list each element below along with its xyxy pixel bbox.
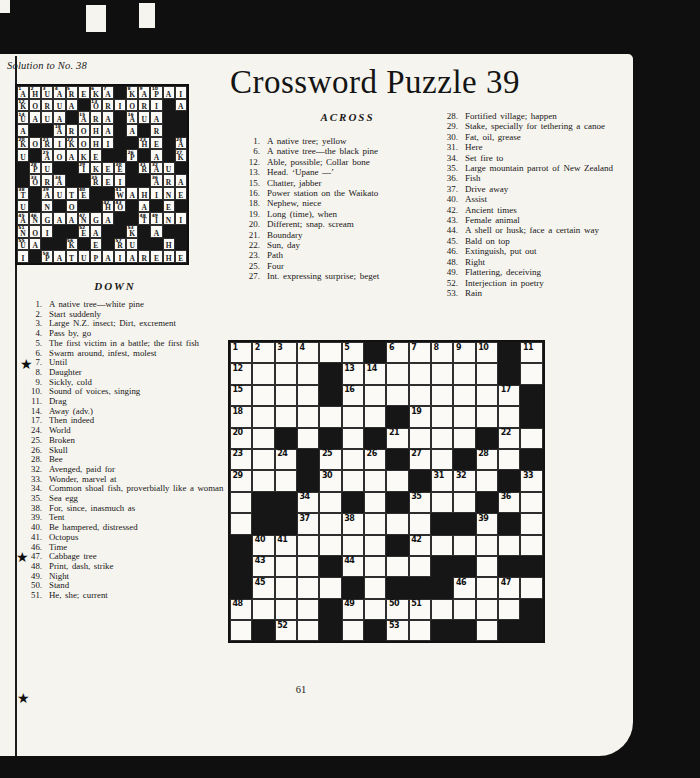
solution-cell: 36A xyxy=(150,174,162,187)
crossword-cell xyxy=(476,535,498,556)
clue-item: 22.Sun, day xyxy=(240,240,458,250)
solution-cell: 26P xyxy=(126,149,138,162)
clue-text: Ancient times xyxy=(465,205,634,215)
solution-cell: 27K xyxy=(175,149,187,162)
clue-text: Broken xyxy=(49,436,228,446)
crossword-cell: 42 xyxy=(409,535,431,556)
clue-number: 27. xyxy=(240,271,267,281)
clue-item: 53.Rain xyxy=(438,288,634,298)
clue-item: 37.Drive away xyxy=(438,184,634,194)
solution-cell: 30E xyxy=(114,162,126,175)
crossword-cell xyxy=(275,470,297,491)
solution-black-cell xyxy=(138,225,150,238)
solution-black-cell xyxy=(53,162,65,175)
cell-number: 49 xyxy=(344,600,354,608)
solution-black-cell xyxy=(102,238,114,251)
solution-cell: 15A xyxy=(78,111,90,124)
cell-number: 40 xyxy=(255,536,265,544)
solution-black-cell xyxy=(163,111,175,124)
cell-letter: A xyxy=(18,217,28,225)
clue-item: 46.Extinguish, put out xyxy=(438,246,634,256)
solution-black-cell xyxy=(114,225,126,238)
solution-black-cell xyxy=(126,137,138,150)
ink-star-mark: ★ xyxy=(17,691,30,705)
clue-number: 37. xyxy=(438,184,465,194)
solution-black-cell xyxy=(66,225,78,238)
crossword-cell: 37 xyxy=(297,513,319,534)
cell-letter: A xyxy=(151,230,161,238)
crossword-black-cell xyxy=(386,492,408,513)
crossword-cell xyxy=(275,406,297,427)
cell-letter: A xyxy=(91,230,101,238)
crossword-black-cell xyxy=(275,492,297,513)
clue-text: Boundary xyxy=(267,230,458,240)
crossword-cell xyxy=(297,599,319,620)
solution-cell: A xyxy=(126,124,138,137)
solution-cell: U xyxy=(17,200,29,213)
cell-letter: R xyxy=(139,166,149,174)
clue-item: 1.A native tree; yellow xyxy=(240,136,458,146)
solution-cell: 41W xyxy=(114,187,126,200)
cell-letter: A xyxy=(151,116,161,124)
crossword-cell xyxy=(252,599,274,620)
solution-black-cell xyxy=(175,200,187,213)
cell-letter: U xyxy=(42,116,52,124)
crossword-black-cell xyxy=(364,620,386,641)
cell-letter: A xyxy=(176,179,186,187)
cell-letter: N xyxy=(164,192,174,200)
crossword-cell: 7 xyxy=(409,342,431,363)
crossword-cell xyxy=(453,599,475,620)
solution-cell: I xyxy=(150,187,162,200)
crossword-cell xyxy=(364,599,386,620)
solution-cell: 58P xyxy=(41,250,53,263)
crossword-cell: 41 xyxy=(275,535,297,556)
cell-number: 33 xyxy=(523,472,533,480)
clue-number: 13. xyxy=(240,167,267,177)
solution-black-cell xyxy=(114,111,126,124)
cell-letter: O xyxy=(30,141,40,149)
solution-cell: O xyxy=(53,149,65,162)
crossword-cell xyxy=(319,535,341,556)
crossword-black-cell xyxy=(319,599,341,620)
solution-cell: N xyxy=(41,200,53,213)
cell-letter: A xyxy=(103,116,113,124)
crossword-cell xyxy=(520,363,542,384)
solution-black-cell xyxy=(29,124,41,137)
cell-letter: H xyxy=(91,141,101,149)
solution-black-cell xyxy=(175,225,187,238)
cell-letter: A xyxy=(103,91,113,99)
cell-letter: U xyxy=(127,242,137,250)
cell-letter: P xyxy=(151,91,161,99)
across-clues-column-1: 1.A native tree; yellow6.A native tree—t… xyxy=(240,136,458,282)
solution-cell: H xyxy=(163,238,175,251)
solution-cell: I xyxy=(150,99,162,112)
solution-cell: 20K xyxy=(17,137,29,150)
cell-letter: K xyxy=(67,141,77,149)
solution-cell: 28P xyxy=(29,162,41,175)
crossword-black-cell xyxy=(319,385,341,406)
solution-cell: U xyxy=(163,162,175,175)
crossword-cell: 26 xyxy=(364,449,386,470)
crossword-cell: 19 xyxy=(409,406,431,427)
solution-cell: 43O xyxy=(114,200,126,213)
crossword-cell xyxy=(319,577,341,598)
solution-cell: I xyxy=(53,137,65,150)
solution-cell: R xyxy=(138,250,150,263)
clue-item: 12.Able, possible; Collar bone xyxy=(240,157,458,167)
solution-cell: 21R xyxy=(41,137,53,150)
cell-letter: H xyxy=(164,255,174,263)
crossword-cell: 14 xyxy=(364,363,386,384)
clue-item: 45.Bald on top xyxy=(438,236,634,246)
cell-number: 42 xyxy=(411,536,421,544)
solution-black-cell xyxy=(138,124,150,137)
solution-black-cell xyxy=(163,137,175,150)
solution-cell: 55U xyxy=(17,238,29,251)
scan-gap-corner xyxy=(0,0,10,13)
solution-cell: 35R xyxy=(90,174,102,187)
cell-number: 41 xyxy=(277,536,287,544)
crossword-cell xyxy=(476,470,498,491)
solution-header: Solution to No. 38 xyxy=(7,60,87,71)
cell-number: 34 xyxy=(300,493,310,501)
solution-black-cell xyxy=(138,149,150,162)
solution-cell: R xyxy=(138,99,150,112)
crossword-cell: 6 xyxy=(386,342,408,363)
cell-letter: A xyxy=(164,91,174,99)
solution-cell: E xyxy=(90,238,102,251)
crossword-black-cell xyxy=(498,513,520,534)
cell-letter: H xyxy=(30,91,40,99)
crossword-cell xyxy=(409,513,431,534)
solution-black-cell xyxy=(163,99,175,112)
solution-cell: A xyxy=(150,111,162,124)
cell-letter: E xyxy=(115,166,125,174)
cell-letter: I xyxy=(42,230,52,238)
solution-cell: 32A xyxy=(150,162,162,175)
cell-letter: A xyxy=(127,192,137,200)
solution-cell: 2H xyxy=(29,86,41,99)
clue-item: 25.Four xyxy=(240,261,458,271)
clue-text: Female animal xyxy=(465,215,634,225)
crossword-cell: 35 xyxy=(409,492,431,513)
solution-cell: I xyxy=(41,225,53,238)
crossword-black-cell xyxy=(252,513,274,534)
cell-letter: R xyxy=(67,91,77,99)
cell-letter: N xyxy=(42,204,52,212)
clue-text: Then indeed xyxy=(49,416,228,426)
solution-black-cell xyxy=(163,149,175,162)
cell-letter: A xyxy=(127,116,137,124)
solution-black-cell xyxy=(114,86,126,99)
cell-letter: A xyxy=(79,116,89,124)
cell-letter: O xyxy=(115,204,125,212)
crossword-cell: 12 xyxy=(230,363,252,384)
clue-number: 20. xyxy=(240,219,267,229)
crossword-cell xyxy=(342,470,364,491)
cell-letter: I xyxy=(151,192,161,200)
clue-item: 19.Long (time), when xyxy=(240,209,458,219)
cell-letter: U xyxy=(42,166,52,174)
crossword-cell xyxy=(319,513,341,534)
solution-cell: R xyxy=(41,174,53,187)
scan-gap-top-band xyxy=(86,5,106,32)
clue-item: 16.Power station on the Waikato xyxy=(240,188,458,198)
clue-text: For, since, inasmuch as xyxy=(49,504,228,514)
clue-item: 42.Ancient times xyxy=(438,205,634,215)
solution-black-cell xyxy=(53,238,65,251)
scanned-book-page: { "game": "crossword", "position": [ "..… xyxy=(0,0,700,778)
solution-cell: O xyxy=(29,137,41,150)
crossword-black-cell xyxy=(453,620,475,641)
cell-letter: E xyxy=(103,179,113,187)
clue-item: 35.Large mountain parrot of New Zealand xyxy=(438,163,634,173)
solution-cell: I xyxy=(175,212,187,225)
crossword-cell xyxy=(252,470,274,491)
solution-black-cell xyxy=(78,174,90,187)
cell-letter: E xyxy=(164,204,174,212)
cell-number: 35 xyxy=(411,493,421,501)
crossword-cell xyxy=(476,406,498,427)
crossword-black-cell xyxy=(476,492,498,513)
crossword-cell: 48 xyxy=(230,599,252,620)
solution-cell: 6K xyxy=(90,86,102,99)
crossword-cell: 27 xyxy=(409,449,431,470)
cell-letter: R xyxy=(42,141,52,149)
crossword-cell xyxy=(476,577,498,598)
cell-letter: K xyxy=(18,141,28,149)
solution-cell: R xyxy=(90,111,102,124)
cell-letter: U xyxy=(139,116,149,124)
cell-number: 45 xyxy=(255,579,265,587)
solution-cell: A xyxy=(17,124,29,137)
clue-item: 29.Stake, specially for tethering a cano… xyxy=(438,121,634,131)
solution-black-cell xyxy=(29,149,41,162)
cell-number: 38 xyxy=(344,515,354,523)
cell-letter: R xyxy=(91,179,101,187)
solution-black-cell xyxy=(163,124,175,137)
solution-black-cell xyxy=(126,212,138,225)
solution-cell: 52E xyxy=(78,225,90,238)
solution-grid-no38: 1A2H3U4A5RE6K7A8K9A10PAI12KORUA13ORIORIA… xyxy=(15,84,189,265)
clue-number: 52. xyxy=(438,278,465,288)
crossword-cell: 28 xyxy=(476,449,498,470)
solution-cell: U xyxy=(138,111,150,124)
crossword-cell xyxy=(364,577,386,598)
solution-black-cell xyxy=(29,250,41,263)
solution-cell: H xyxy=(90,124,102,137)
solution-cell: 22K xyxy=(66,137,78,150)
clue-number: 28. xyxy=(438,111,465,121)
crossword-cell: 2 xyxy=(252,342,274,363)
cell-letter: U xyxy=(42,91,52,99)
crossword-black-cell xyxy=(431,620,453,641)
solution-cell: N xyxy=(163,187,175,200)
page-title: Crossword Puzzle 39 xyxy=(230,64,602,101)
crossword-black-cell xyxy=(275,513,297,534)
solution-black-cell xyxy=(126,174,138,187)
cell-letter: O xyxy=(67,204,77,212)
crossword-black-cell xyxy=(520,599,542,620)
solution-cell: A xyxy=(126,250,138,263)
clue-text: Set fire to xyxy=(465,153,634,163)
clue-text: Four xyxy=(267,261,458,271)
crossword-cell: 34 xyxy=(297,492,319,513)
cell-letter: I xyxy=(54,141,64,149)
solution-black-cell xyxy=(114,124,126,137)
cell-number: 43 xyxy=(255,557,265,565)
scan-gap-top-band xyxy=(139,3,155,28)
clue-number: 31. xyxy=(438,142,465,152)
clue-text: Stake, specially for tethering a canoe xyxy=(465,121,634,131)
crossword-black-cell xyxy=(520,385,542,406)
solution-cell: N xyxy=(163,212,175,225)
crossword-black-cell xyxy=(498,620,520,641)
crossword-cell xyxy=(409,363,431,384)
cell-number: 15 xyxy=(233,386,243,394)
clue-text: Fortified village; happen xyxy=(465,111,634,121)
crossword-cell: 20 xyxy=(230,428,252,449)
cell-number: 46 xyxy=(456,579,466,587)
solution-black-cell xyxy=(138,174,150,187)
cell-letter: E xyxy=(79,192,89,200)
solution-cell: O xyxy=(126,99,138,112)
cell-letter: E xyxy=(91,242,101,250)
cell-letter: P xyxy=(42,255,52,263)
cell-letter: H xyxy=(139,192,149,200)
clue-number: 36. xyxy=(438,173,465,183)
crossword-cell xyxy=(520,428,542,449)
solution-cell: A xyxy=(53,111,65,124)
cell-number: 37 xyxy=(300,515,310,523)
clue-text: Sound of voices, singing xyxy=(49,387,228,397)
crossword-black-cell xyxy=(319,556,341,577)
crossword-cell: 53 xyxy=(386,620,408,641)
solution-black-cell xyxy=(114,149,126,162)
solution-black-cell xyxy=(29,187,41,200)
clue-item: 52.Interjection in poetry xyxy=(438,278,634,288)
cell-letter: A xyxy=(54,179,64,187)
crossword-cell xyxy=(252,428,274,449)
solution-cell: I xyxy=(114,250,126,263)
solution-cell: 23H xyxy=(138,137,150,150)
crossword-cell xyxy=(520,492,542,513)
crossword-cell: 17 xyxy=(498,385,520,406)
crossword-cell: 31 xyxy=(431,470,453,491)
clue-item: 18.Nephew, niece xyxy=(240,198,458,208)
cell-letter: H xyxy=(164,242,174,250)
crossword-cell: 33 xyxy=(520,470,542,491)
cell-letter: A xyxy=(54,128,64,136)
crossword-black-cell xyxy=(230,535,252,556)
crossword-cell xyxy=(476,385,498,406)
solution-black-cell xyxy=(17,162,29,175)
clue-text: He, she; current xyxy=(49,591,228,601)
cell-letter: U xyxy=(79,255,89,263)
solution-black-cell xyxy=(175,162,187,175)
cell-letter: A xyxy=(54,116,64,124)
cell-letter: A xyxy=(103,255,113,263)
solution-cell: 53K xyxy=(126,225,138,238)
cell-letter: W xyxy=(115,192,125,200)
crossword-cell xyxy=(297,363,319,384)
solution-cell: A xyxy=(150,225,162,238)
solution-cell: E xyxy=(78,86,90,99)
solution-black-cell xyxy=(17,174,29,187)
cell-letter: P xyxy=(91,255,101,263)
cell-letter: I xyxy=(115,179,125,187)
clue-number: 19. xyxy=(240,209,267,219)
crossword-black-cell xyxy=(431,556,453,577)
clue-text: Path xyxy=(267,250,458,260)
crossword-cell xyxy=(230,620,252,641)
cell-letter: A xyxy=(127,255,137,263)
cell-letter: A xyxy=(67,217,77,225)
cell-letter: R xyxy=(139,103,149,111)
clue-number: 34. xyxy=(438,153,465,163)
cell-number: 8 xyxy=(434,344,439,352)
solution-cell: O xyxy=(29,225,41,238)
clue-text: Long (time), when xyxy=(267,209,458,219)
crossword-cell: 9 xyxy=(453,342,475,363)
crossword-cell xyxy=(409,385,431,406)
solution-cell: 46N xyxy=(29,212,41,225)
solution-cell: O xyxy=(78,124,90,137)
clue-text: Drive away xyxy=(465,184,634,194)
clue-text: Head. ‘Upane —’ xyxy=(267,167,458,177)
solution-cell: 31R xyxy=(138,162,150,175)
cell-letter: A xyxy=(176,141,186,149)
crossword-black-cell xyxy=(520,556,542,577)
cell-letter: O xyxy=(30,230,40,238)
crossword-cell xyxy=(520,577,542,598)
solution-cell: A xyxy=(90,225,102,238)
cell-letter: A xyxy=(30,116,40,124)
solution-cell: A xyxy=(66,149,78,162)
cell-letter: A xyxy=(139,91,149,99)
clue-number: 42. xyxy=(438,205,465,215)
clue-number: 48. xyxy=(438,257,465,267)
crossword-cell xyxy=(364,492,386,513)
solution-cell: 56K xyxy=(66,238,78,251)
solution-cell: A xyxy=(102,111,114,124)
solution-cell: U xyxy=(53,187,65,200)
solution-black-cell xyxy=(126,200,138,213)
crossword-cell xyxy=(431,535,453,556)
crossword-cell: 4 xyxy=(297,342,319,363)
clue-text: Here xyxy=(465,142,634,152)
crossword-cell: 3 xyxy=(275,342,297,363)
cell-letter: K xyxy=(127,230,137,238)
solution-cell: U xyxy=(78,250,90,263)
crossword-cell xyxy=(297,406,319,427)
crossword-black-cell xyxy=(386,577,408,598)
page-number: 61 xyxy=(286,684,316,695)
cell-letter: K xyxy=(91,166,101,174)
solution-black-cell xyxy=(150,200,162,213)
cell-letter: O xyxy=(30,179,40,187)
solution-cell: A xyxy=(102,250,114,263)
cell-letter: E xyxy=(79,230,89,238)
solution-cell: A xyxy=(163,86,175,99)
cell-letter: I xyxy=(151,103,161,111)
cell-letter: P xyxy=(30,166,40,174)
cell-number: 17 xyxy=(501,386,511,394)
crossword-black-cell xyxy=(453,513,475,534)
crossword-cell: 11 xyxy=(520,342,542,363)
